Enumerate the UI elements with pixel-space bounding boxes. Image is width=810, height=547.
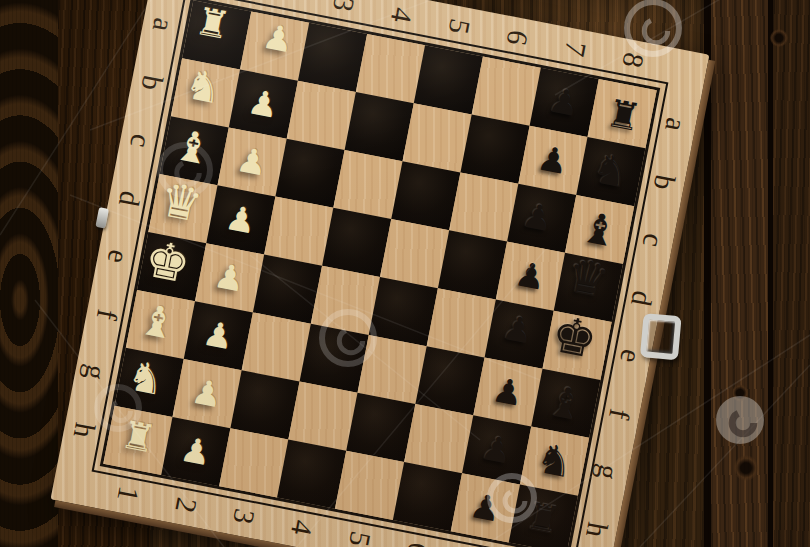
label-rank-3-bottom: 3 — [226, 506, 261, 527]
piece-e1-wK: ♚ — [133, 228, 202, 297]
label-rank-4-top: 4 — [383, 5, 418, 26]
square-f2: ♟ — [184, 301, 253, 370]
piece-g2-wP: ♟ — [172, 359, 241, 428]
label-rank-6-bottom: 6 — [399, 540, 434, 547]
label-rank-2-bottom: 2 — [168, 495, 203, 516]
label-file-f-left: f — [90, 306, 124, 322]
piece-b2-wP: ♟ — [229, 69, 298, 138]
label-file-e-left: e — [101, 247, 136, 266]
table-plank-left — [0, 0, 58, 547]
label-file-g-right: g — [590, 461, 625, 482]
label-rank-3-top: 3 — [325, 0, 360, 14]
square-b2: ♟ — [229, 69, 298, 138]
square-a8: ♜ — [588, 79, 657, 148]
label-file-a-right: a — [658, 115, 693, 134]
label-rank-4-bottom: 4 — [284, 517, 319, 538]
metal-hinge — [95, 207, 109, 229]
chess-board: ♜♟♟♜♞♟♟♞♝♟♟♝♛♟♟♛♚♟♟♚♝♟♟♝♞♟♟♞♜♟♟♜ aabbccd… — [51, 0, 710, 547]
piece-d8-bQ: ♛ — [554, 244, 623, 313]
piece-c2-wP: ♟ — [218, 127, 287, 196]
label-rank-1-bottom: 1 — [110, 484, 145, 505]
piece-c7-bP: ♟ — [503, 183, 572, 252]
piece-e2-wP: ♟ — [195, 243, 264, 312]
piece-a1-wR: ♜ — [178, 0, 247, 59]
label-rank-2-top: 2 — [267, 0, 302, 3]
piece-e8-bK: ♚ — [540, 303, 609, 372]
piece-a2-wP: ♟ — [244, 4, 313, 73]
piece-h8-bR: ♜ — [509, 485, 578, 547]
square-a2: ♟ — [240, 12, 309, 81]
label-rank-8-top: 8 — [615, 50, 650, 71]
piece-f2-wP: ♟ — [184, 301, 253, 370]
label-file-c-left: c — [123, 131, 158, 150]
label-file-f-right: f — [602, 406, 636, 422]
piece-b8-bN: ♞ — [576, 137, 645, 206]
square-a7: ♟ — [530, 68, 599, 137]
label-file-g-left: g — [78, 362, 113, 383]
piece-a7-bP: ♟ — [530, 68, 599, 137]
wood-knot — [734, 455, 758, 481]
label-file-a-left: a — [146, 15, 181, 34]
square-f8: ♝ — [531, 369, 600, 438]
piece-d2-wP: ♟ — [206, 185, 275, 254]
square-c2: ♟ — [218, 127, 287, 196]
table-plank-far-right — [773, 0, 810, 547]
square-e2: ♟ — [195, 243, 264, 312]
label-file-d-right: d — [624, 288, 659, 309]
label-file-d-left: d — [112, 188, 147, 209]
piece-f8-bB: ♝ — [531, 369, 600, 438]
photo-stage: ♜♟♟♜♞♟♟♞♝♟♟♝♛♟♟♛♚♟♟♚♝♟♟♝♞♟♟♞♜♟♟♜ aabbccd… — [0, 0, 810, 547]
label-rank-7-top: 7 — [557, 39, 592, 60]
label-file-h-left: h — [67, 420, 102, 441]
label-rank-5-top: 5 — [441, 16, 476, 37]
label-rank-5-bottom: 5 — [342, 529, 377, 547]
piece-b1-wN: ♞ — [169, 53, 238, 122]
square-g2: ♟ — [172, 359, 241, 428]
square-e8: ♚ — [542, 311, 611, 380]
square-b8: ♞ — [576, 137, 645, 206]
label-file-b-left: b — [134, 72, 169, 93]
square-h8: ♜ — [509, 485, 578, 547]
piece-g8-bN: ♞ — [520, 427, 589, 496]
label-rank-6-top: 6 — [499, 27, 534, 48]
wood-knot — [770, 29, 788, 47]
label-file-h-right: h — [579, 519, 614, 540]
square-h2: ♟ — [161, 417, 230, 486]
wood-knot — [732, 384, 748, 402]
label-file-c-right: c — [636, 230, 671, 249]
piece-g1-wN: ♞ — [111, 344, 180, 413]
label-file-b-right: b — [647, 172, 682, 193]
square-g8: ♞ — [520, 427, 589, 496]
metal-clasp — [640, 313, 682, 360]
piece-h2-wP: ♟ — [161, 417, 230, 486]
playing-field: ♜♟♟♜♞♟♟♞♝♟♟♝♛♟♟♛♚♟♟♚♝♟♟♝♞♟♟♞♜♟♟♜ — [103, 0, 656, 547]
square-d2: ♟ — [206, 185, 275, 254]
piece-d1-wQ: ♛ — [147, 168, 216, 237]
